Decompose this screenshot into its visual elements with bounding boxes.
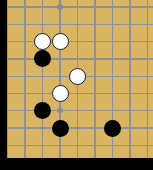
intersection-c7r5[interactable] [104, 68, 122, 85]
intersection-c2r6[interactable] [16, 85, 34, 102]
intersection-c7r2[interactable] [104, 16, 122, 33]
go-board[interactable] [7, 0, 153, 158]
intersection-c7r1[interactable] [104, 0, 122, 16]
intersection-c4r6[interactable] [51, 85, 69, 102]
intersection-c9r6[interactable] [139, 85, 153, 102]
intersection-c9r1[interactable] [139, 0, 153, 16]
intersection-c4r4[interactable] [51, 50, 69, 67]
intersection-c8r4[interactable] [121, 50, 139, 67]
intersection-c9r7[interactable] [139, 102, 153, 119]
intersection-c6r1[interactable] [86, 0, 104, 16]
intersection-c2r8[interactable] [16, 119, 34, 136]
intersection-c5r2[interactable] [69, 16, 87, 33]
intersection-c3r4[interactable] [34, 50, 52, 67]
black-stone [52, 120, 69, 137]
intersection-c9r5[interactable] [139, 68, 153, 85]
intersection-c4r2[interactable] [51, 16, 69, 33]
intersection-c2r7[interactable] [16, 102, 34, 119]
white-stone [34, 33, 51, 50]
intersection-c7r7[interactable] [104, 102, 122, 119]
intersection-c5r5[interactable] [69, 68, 87, 85]
intersection-c2r5[interactable] [16, 68, 34, 85]
intersection-c3r8[interactable] [34, 119, 52, 136]
intersection-c8r9[interactable] [121, 137, 139, 154]
intersection-c2r9[interactable] [16, 137, 34, 154]
intersection-c7r3[interactable] [104, 33, 122, 50]
intersection-c9r2[interactable] [139, 16, 153, 33]
intersection-c7r9[interactable] [104, 137, 122, 154]
intersection-c2r1[interactable] [16, 0, 34, 16]
intersection-c1r8[interactable] [7, 119, 16, 136]
intersection-c7r6[interactable] [104, 85, 122, 102]
bottom-crop-border [0, 158, 153, 170]
intersection-c6r6[interactable] [86, 85, 104, 102]
intersection-c4r8[interactable] [51, 119, 69, 136]
intersection-c5r4[interactable] [69, 50, 87, 67]
intersection-c9r8[interactable] [139, 119, 153, 136]
intersection-c8r8[interactable] [121, 119, 139, 136]
intersection-c1r1[interactable] [7, 0, 16, 16]
intersection-grid [7, 0, 153, 154]
black-stone [34, 50, 51, 67]
intersection-c4r5[interactable] [51, 68, 69, 85]
intersection-c2r3[interactable] [16, 33, 34, 50]
intersection-c8r3[interactable] [121, 33, 139, 50]
intersection-c5r6[interactable] [69, 85, 87, 102]
intersection-c3r9[interactable] [34, 137, 52, 154]
intersection-c8r6[interactable] [121, 85, 139, 102]
intersection-c2r2[interactable] [16, 16, 34, 33]
intersection-c8r5[interactable] [121, 68, 139, 85]
intersection-c3r2[interactable] [34, 16, 52, 33]
intersection-c1r3[interactable] [7, 33, 16, 50]
intersection-c6r9[interactable] [86, 137, 104, 154]
intersection-c9r4[interactable] [139, 50, 153, 67]
intersection-c5r3[interactable] [69, 33, 87, 50]
intersection-c1r6[interactable] [7, 85, 16, 102]
left-crop-border [0, 0, 7, 170]
black-stone [104, 120, 121, 137]
white-stone [69, 68, 86, 85]
intersection-c4r3[interactable] [51, 33, 69, 50]
intersection-c3r3[interactable] [34, 33, 52, 50]
intersection-c3r5[interactable] [34, 68, 52, 85]
intersection-c4r7[interactable] [51, 102, 69, 119]
intersection-c5r7[interactable] [69, 102, 87, 119]
intersection-c6r5[interactable] [86, 68, 104, 85]
intersection-c6r3[interactable] [86, 33, 104, 50]
intersection-c4r1[interactable] [51, 0, 69, 16]
intersection-c6r8[interactable] [86, 119, 104, 136]
intersection-c5r9[interactable] [69, 137, 87, 154]
black-stone [34, 102, 51, 119]
intersection-c9r3[interactable] [139, 33, 153, 50]
intersection-c3r6[interactable] [34, 85, 52, 102]
intersection-c3r7[interactable] [34, 102, 52, 119]
intersection-c2r4[interactable] [16, 50, 34, 67]
intersection-c1r4[interactable] [7, 50, 16, 67]
intersection-c1r2[interactable] [7, 16, 16, 33]
intersection-c5r1[interactable] [69, 0, 87, 16]
intersection-c7r4[interactable] [104, 50, 122, 67]
intersection-c1r7[interactable] [7, 102, 16, 119]
intersection-c6r7[interactable] [86, 102, 104, 119]
intersection-c6r4[interactable] [86, 50, 104, 67]
intersection-c7r8[interactable] [104, 119, 122, 136]
intersection-c8r7[interactable] [121, 102, 139, 119]
intersection-c6r2[interactable] [86, 16, 104, 33]
intersection-c1r9[interactable] [7, 137, 16, 154]
intersection-c9r9[interactable] [139, 137, 153, 154]
intersection-c1r5[interactable] [7, 68, 16, 85]
white-stone [52, 33, 69, 50]
go-board-screenshot [0, 0, 153, 170]
intersection-c3r1[interactable] [34, 0, 52, 16]
intersection-c8r1[interactable] [121, 0, 139, 16]
white-stone [52, 85, 69, 102]
intersection-c4r9[interactable] [51, 137, 69, 154]
intersection-c8r2[interactable] [121, 16, 139, 33]
intersection-c5r8[interactable] [69, 119, 87, 136]
